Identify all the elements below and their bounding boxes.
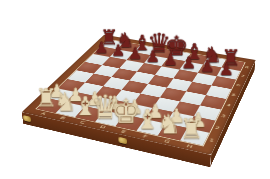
black-pawn[interactable]: ♟ (128, 46, 142, 62)
brass-clasp-icon (23, 115, 31, 122)
board-square-g5 (186, 82, 211, 95)
board-square-g6 (192, 73, 216, 86)
black-pawn[interactable]: ♟ (163, 52, 177, 68)
black-pawn[interactable]: ♟ (181, 55, 196, 71)
black-pawn[interactable]: ♟ (200, 58, 215, 75)
black-pawn[interactable]: ♟ (146, 49, 160, 65)
white-bishop[interactable]: ♝ (135, 107, 159, 134)
white-knight[interactable]: ♞ (157, 111, 181, 138)
chess-set-photo: ♜♞♝♛♚♝♞♜♟♟♟♟♟♟♟♟♟♟♟♟♟♟♟♟♜♞♝♛♚♝♞♜ ABCDEFG… (0, 0, 270, 179)
black-pawn[interactable]: ♟ (111, 43, 125, 59)
black-pawn[interactable]: ♟ (219, 61, 234, 78)
white-rook[interactable]: ♜ (179, 116, 203, 143)
black-pawn[interactable]: ♟ (95, 40, 109, 56)
brass-clasp-icon (119, 137, 128, 145)
